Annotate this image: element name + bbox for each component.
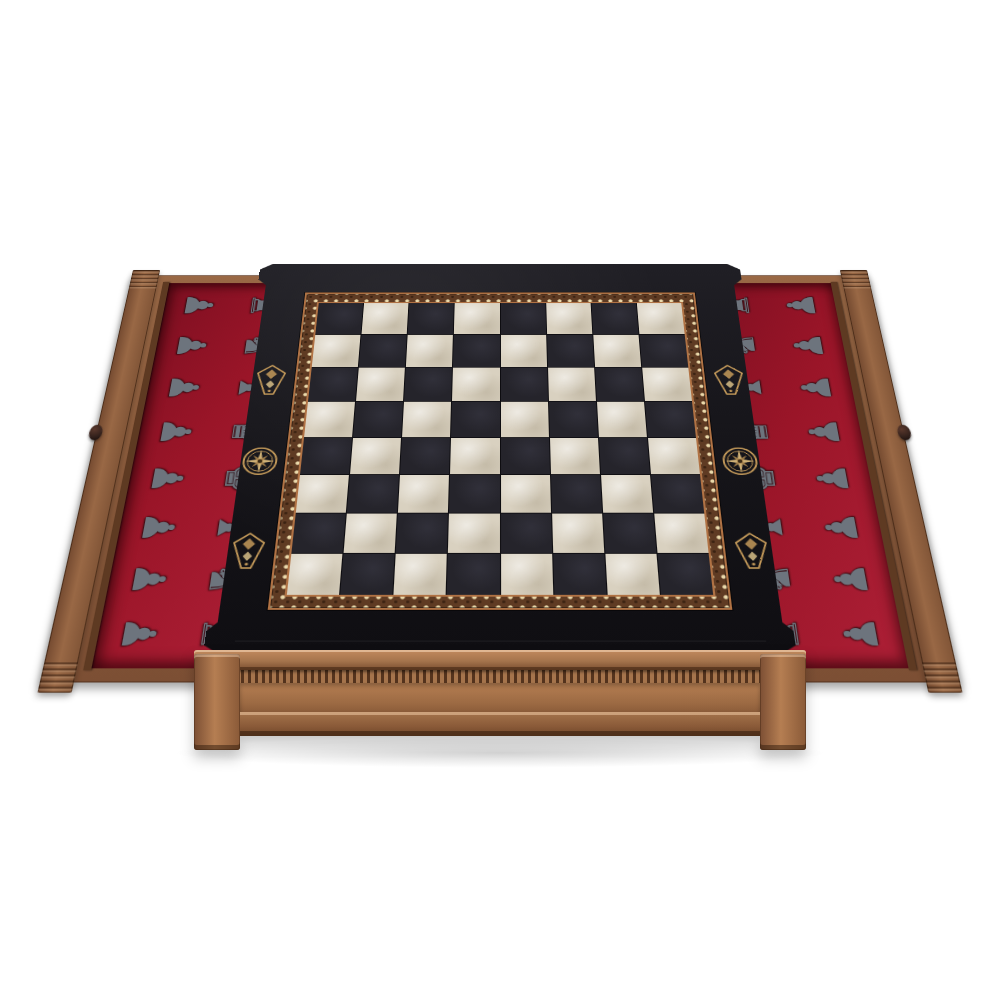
board-square-e4[interactable] (500, 438, 549, 474)
board-square-c8[interactable] (408, 303, 454, 334)
piece-cutout-pawn: ♟ (775, 326, 842, 364)
kite-diamond-inlay-icon (230, 533, 267, 570)
base-plinth (194, 650, 806, 750)
board-square-d4[interactable] (450, 438, 499, 474)
board-square-c2[interactable] (396, 513, 448, 552)
board-square-h3[interactable] (651, 475, 704, 513)
board-square-f4[interactable] (550, 438, 600, 474)
board-square-d1[interactable] (447, 554, 499, 595)
piece-cutout-pawn: ♟ (99, 608, 179, 660)
board-square-f6[interactable] (548, 368, 596, 401)
board-square-b4[interactable] (350, 438, 401, 474)
board-square-a5[interactable] (304, 402, 355, 437)
board-square-g5[interactable] (597, 402, 647, 437)
piece-cutout-pawn: ♟ (813, 555, 891, 605)
board-square-g2[interactable] (603, 513, 656, 552)
base-foot-molding (206, 712, 794, 736)
pawn-silhouette: ♟ (153, 418, 198, 446)
board-square-b7[interactable] (359, 335, 407, 367)
pawn-silhouette: ♟ (787, 333, 830, 358)
pawn-silhouette: ♟ (810, 464, 856, 494)
piece-cutout-pawn: ♟ (110, 555, 188, 605)
piece-cutout-pawn: ♟ (140, 411, 211, 453)
board-square-c6[interactable] (404, 368, 452, 401)
board-square-b6[interactable] (356, 368, 405, 401)
pawn-silhouette: ♟ (124, 563, 173, 596)
board-square-a2[interactable] (291, 513, 345, 552)
piece-cutout-pawn: ♟ (789, 411, 860, 453)
kite-diamond-inlay-icon (734, 533, 771, 570)
board-square-d2[interactable] (448, 513, 499, 552)
board-square-c5[interactable] (402, 402, 451, 437)
pawn-silhouette: ♟ (162, 374, 206, 401)
board-square-a7[interactable] (312, 335, 361, 367)
board-slab (203, 264, 797, 655)
star-rosette-inlay-icon (720, 447, 760, 476)
board-square-c1[interactable] (394, 554, 447, 595)
board-square-f2[interactable] (552, 513, 604, 552)
board-square-b8[interactable] (362, 303, 409, 334)
board-square-h4[interactable] (648, 438, 700, 474)
board-square-e1[interactable] (501, 554, 553, 595)
pawn-silhouette: ♟ (818, 512, 866, 543)
board-square-f1[interactable] (553, 554, 606, 595)
piece-cutout-pawn: ♟ (130, 456, 203, 500)
board-square-e6[interactable] (500, 368, 547, 401)
board-square-c7[interactable] (406, 335, 453, 367)
board-square-b5[interactable] (353, 402, 403, 437)
base-front-face (240, 683, 760, 712)
pawn-silhouette: ♟ (836, 617, 887, 652)
base-dentil-band (220, 670, 780, 683)
board-square-h1[interactable] (657, 554, 713, 595)
tabletop-plane: ♟♜♟♞♟♝♟♛♟♚♟♝♟♞♟♜ ♜♟♞♟♝♟♛♟♚♟♝♟♞♟♜♟ (46, 264, 954, 655)
board-square-f5[interactable] (549, 402, 598, 437)
board-square-h2[interactable] (654, 513, 708, 552)
piece-cutout-pawn: ♟ (120, 504, 195, 551)
board-square-a4[interactable] (300, 438, 352, 474)
checkerboard (284, 302, 715, 597)
board-square-f3[interactable] (551, 475, 602, 513)
base-cornice-molding (194, 650, 806, 670)
board-square-e7[interactable] (500, 335, 546, 367)
board-square-g8[interactable] (591, 303, 638, 334)
pawn-silhouette: ♟ (135, 512, 183, 543)
pawn-silhouette: ♟ (827, 563, 876, 596)
pawn-silhouette: ♟ (170, 333, 213, 358)
board-square-d3[interactable] (449, 475, 499, 513)
piece-cutout-pawn: ♟ (796, 456, 869, 500)
piece-cutout-pawn: ♟ (821, 608, 901, 660)
board-square-d5[interactable] (451, 402, 499, 437)
board-square-g7[interactable] (593, 335, 641, 367)
product-photo-chess-set: ♟♜♟♞♟♝♟♛♟♚♟♝♟♞♟♜ ♜♟♞♟♝♟♛♟♚♟♝♟♞♟♜♟ (0, 0, 1000, 1000)
board-square-c3[interactable] (398, 475, 449, 513)
mosaic-border-frame (268, 292, 733, 609)
board-square-d7[interactable] (453, 335, 499, 367)
board-square-b1[interactable] (340, 554, 395, 595)
board-square-f7[interactable] (547, 335, 594, 367)
kite-diamond-inlay-icon (254, 365, 287, 395)
board-square-d6[interactable] (452, 368, 499, 401)
base-corner-bracket-right (760, 654, 806, 750)
base-corner-bracket-left (194, 654, 240, 750)
piece-cutout-pawn: ♟ (149, 368, 218, 408)
piece-cutout-pawn: ♟ (166, 287, 231, 323)
board-square-e3[interactable] (501, 475, 551, 513)
board-square-g6[interactable] (595, 368, 644, 401)
board-square-h5[interactable] (645, 402, 696, 437)
board-square-e8[interactable] (500, 303, 545, 334)
board-square-d8[interactable] (454, 303, 499, 334)
board-square-b2[interactable] (344, 513, 397, 552)
board-square-a1[interactable] (287, 554, 343, 595)
pawn-silhouette: ♟ (781, 293, 822, 317)
board-square-e2[interactable] (501, 513, 552, 552)
board-square-a3[interactable] (296, 475, 349, 513)
board-square-g4[interactable] (599, 438, 650, 474)
board-square-c4[interactable] (400, 438, 450, 474)
pawn-silhouette: ♟ (802, 418, 847, 446)
board-square-h6[interactable] (642, 368, 692, 401)
kite-diamond-inlay-icon (713, 365, 746, 395)
board-square-g3[interactable] (601, 475, 653, 513)
board-square-a8[interactable] (315, 303, 363, 334)
pawn-silhouette: ♟ (794, 374, 838, 401)
board-square-a6[interactable] (308, 368, 358, 401)
star-rosette-inlay-icon (240, 447, 280, 476)
piece-cutout-pawn: ♟ (769, 287, 834, 323)
pawn-silhouette: ♟ (144, 464, 190, 494)
board-square-e5[interactable] (500, 402, 548, 437)
piece-cutout-pawn: ♟ (158, 326, 225, 364)
piece-cutout-pawn: ♟ (804, 504, 879, 551)
pawn-silhouette: ♟ (114, 617, 165, 652)
board-square-h7[interactable] (639, 335, 688, 367)
piece-cutout-pawn: ♟ (782, 368, 851, 408)
board-square-f8[interactable] (546, 303, 592, 334)
board-square-h8[interactable] (637, 303, 685, 334)
board-square-b3[interactable] (347, 475, 399, 513)
board-square-g1[interactable] (605, 554, 660, 595)
pawn-silhouette: ♟ (178, 293, 219, 317)
